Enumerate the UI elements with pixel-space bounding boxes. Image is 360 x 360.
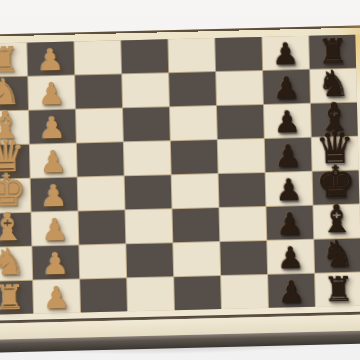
square-f3 — [79, 210, 126, 244]
square-a1: ♜ — [0, 43, 27, 77]
square-f8: ♝ — [313, 205, 360, 239]
white-pawn-piece: ♟ — [37, 45, 65, 76]
white-rook-piece: ♜ — [0, 280, 25, 315]
square-g5 — [173, 242, 220, 276]
square-d2: ♟ — [30, 144, 77, 178]
square-f4 — [126, 209, 173, 243]
square-g2: ♟ — [32, 245, 79, 279]
black-bishop-piece: ♝ — [319, 200, 354, 239]
square-f6 — [219, 207, 266, 241]
playing-squares: ♜♟♟♜♞♟♟♞♝♟♟♝♛♟♟♛♚♟♟♚♝♟♟♝♞♟♟♞♜♟♟♜ — [0, 35, 360, 315]
square-d6 — [218, 139, 265, 173]
square-c5 — [170, 106, 217, 140]
square-d4 — [124, 141, 171, 175]
black-pawn-piece: ♟ — [277, 243, 305, 274]
square-b6 — [216, 71, 263, 105]
square-g3 — [79, 244, 126, 278]
square-a3 — [74, 40, 121, 74]
square-b5 — [169, 72, 216, 106]
white-pawn-piece: ♟ — [43, 283, 71, 314]
board-inner: ♜♟♟♜♞♟♟♞♝♟♟♝♛♟♟♛♚♟♟♚♝♟♟♝♞♟♟♞♜♟♟♜ — [0, 34, 360, 314]
square-a5 — [168, 38, 215, 72]
square-c1: ♝ — [0, 111, 29, 145]
black-pawn-piece: ♟ — [276, 209, 304, 240]
square-e3 — [78, 176, 125, 210]
square-a2: ♟ — [27, 42, 74, 76]
square-c6 — [217, 105, 264, 139]
white-pawn-piece: ♟ — [39, 113, 67, 144]
black-pawn-piece: ♟ — [273, 73, 301, 104]
black-knight-piece: ♞ — [317, 66, 350, 103]
square-f1: ♝ — [0, 213, 31, 247]
square-c7: ♟ — [264, 104, 311, 138]
square-h5 — [174, 276, 221, 310]
square-c2: ♟ — [29, 110, 76, 144]
square-a7: ♟ — [262, 36, 309, 70]
square-d8: ♛ — [312, 137, 359, 171]
black-rook-piece: ♜ — [317, 34, 348, 69]
black-rook-piece: ♜ — [323, 272, 354, 307]
white-knight-piece: ♞ — [0, 244, 25, 281]
photo-scene: ♜♟♟♜♞♟♟♞♝♟♟♝♛♟♟♛♚♟♟♚♝♟♟♝♞♟♟♞♜♟♟♜ — [0, 0, 360, 360]
square-h3 — [80, 278, 127, 312]
square-f5 — [172, 208, 219, 242]
square-e8: ♚ — [313, 171, 360, 205]
square-b1: ♞ — [0, 77, 28, 111]
square-h8: ♜ — [315, 273, 360, 307]
black-pawn-piece: ♟ — [274, 141, 302, 172]
square-e7: ♟ — [266, 172, 313, 206]
black-knight-piece: ♞ — [321, 236, 354, 273]
square-h1: ♜ — [0, 281, 33, 315]
square-c4 — [123, 107, 170, 141]
square-a8: ♜ — [309, 35, 356, 69]
square-b4 — [122, 73, 169, 107]
chess-board: ♜♟♟♜♞♟♟♞♝♟♟♝♛♟♟♛♚♟♟♚♝♟♟♝♞♟♟♞♜♟♟♜ — [0, 25, 360, 352]
square-h2: ♟ — [33, 279, 80, 313]
square-a4 — [121, 39, 168, 73]
black-pawn-piece: ♟ — [278, 277, 306, 308]
square-b2: ♟ — [28, 76, 75, 110]
square-h4 — [127, 277, 174, 311]
square-h6 — [221, 275, 268, 309]
white-rook-piece: ♜ — [0, 42, 19, 77]
square-e1: ♚ — [0, 179, 31, 213]
square-f2: ♟ — [32, 211, 79, 245]
black-pawn-piece: ♟ — [274, 107, 302, 138]
square-c8: ♝ — [311, 103, 358, 137]
square-e4 — [125, 175, 172, 209]
square-h7: ♟ — [268, 274, 315, 308]
white-pawn-piece: ♟ — [38, 79, 66, 110]
square-b8: ♞ — [310, 69, 357, 103]
square-f7: ♟ — [266, 206, 313, 240]
white-pawn-piece: ♟ — [40, 181, 68, 212]
square-b3 — [75, 74, 122, 108]
white-bishop-piece: ♝ — [0, 208, 25, 247]
square-e2: ♟ — [31, 178, 78, 212]
square-e6 — [219, 173, 266, 207]
white-pawn-piece: ♟ — [42, 249, 70, 280]
black-pawn-piece: ♟ — [275, 175, 303, 206]
white-bishop-piece: ♝ — [0, 106, 23, 145]
square-g7: ♟ — [267, 240, 314, 274]
square-b7: ♟ — [263, 70, 310, 104]
square-d5 — [171, 140, 218, 174]
black-bishop-piece: ♝ — [317, 98, 352, 137]
square-d3 — [77, 142, 124, 176]
square-g4 — [126, 243, 173, 277]
square-c3 — [76, 108, 123, 142]
square-e5 — [172, 174, 219, 208]
square-d1: ♛ — [0, 145, 30, 179]
square-g8: ♞ — [314, 239, 360, 273]
square-g6 — [220, 241, 267, 275]
black-pawn-piece: ♟ — [272, 39, 300, 70]
square-g1: ♞ — [0, 247, 32, 281]
white-knight-piece: ♞ — [0, 74, 21, 111]
square-d7: ♟ — [265, 138, 312, 172]
white-pawn-piece: ♟ — [39, 147, 67, 178]
white-pawn-piece: ♟ — [41, 215, 69, 246]
square-a6 — [215, 37, 262, 71]
